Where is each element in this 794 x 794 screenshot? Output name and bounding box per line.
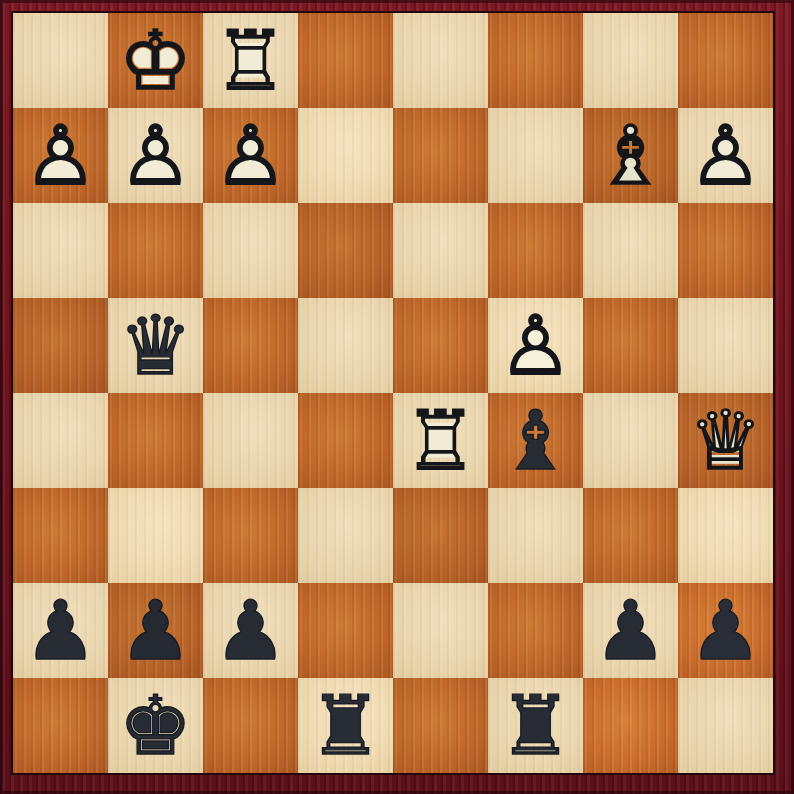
square-b2[interactable]: ♟ [108,583,203,678]
black-pawn-icon: ♟ [13,583,108,678]
square-b1[interactable]: ♚ [108,678,203,773]
piece-white-pawn[interactable]: ♟♙ [13,108,108,203]
black-pawn-icon: ♟ [678,583,773,678]
square-e5[interactable] [393,298,488,393]
square-f1[interactable]: ♜ [488,678,583,773]
piece-white-rook[interactable]: ♜♖ [393,393,488,488]
square-e7[interactable] [393,108,488,203]
square-f6[interactable] [488,203,583,298]
square-h2[interactable]: ♟ [678,583,773,678]
chess-board: ♚♔♜♖♟♙♟♙♟♙♝♗♟♙♛♟♙♜♖♝♛♕♟♟♟♟♟♚♜♜ [11,11,775,775]
piece-black-pawn[interactable]: ♟ [203,583,298,678]
black-rook-icon: ♜ [488,678,583,773]
square-e3[interactable] [393,488,488,583]
square-d8[interactable] [298,13,393,108]
square-a3[interactable] [13,488,108,583]
square-b7[interactable]: ♟♙ [108,108,203,203]
square-d5[interactable] [298,298,393,393]
square-g1[interactable] [583,678,678,773]
square-d7[interactable] [298,108,393,203]
square-f3[interactable] [488,488,583,583]
piece-white-rook[interactable]: ♜♖ [203,13,298,108]
square-e4[interactable]: ♜♖ [393,393,488,488]
piece-white-bishop[interactable]: ♝♗ [583,108,678,203]
piece-white-king[interactable]: ♚♔ [108,13,203,108]
white-bishop-outline-icon: ♗ [583,108,678,203]
piece-black-rook[interactable]: ♜ [488,678,583,773]
square-c3[interactable] [203,488,298,583]
square-d3[interactable] [298,488,393,583]
square-h3[interactable] [678,488,773,583]
square-b5[interactable]: ♛ [108,298,203,393]
black-queen-icon: ♛ [108,298,203,393]
square-g3[interactable] [583,488,678,583]
piece-black-queen[interactable]: ♛ [108,298,203,393]
square-a2[interactable]: ♟ [13,583,108,678]
piece-white-queen[interactable]: ♛♕ [678,393,773,488]
piece-black-pawn[interactable]: ♟ [678,583,773,678]
square-g2[interactable]: ♟ [583,583,678,678]
square-g8[interactable] [583,13,678,108]
square-f8[interactable] [488,13,583,108]
square-g6[interactable] [583,203,678,298]
square-f7[interactable] [488,108,583,203]
square-d6[interactable] [298,203,393,298]
square-h6[interactable] [678,203,773,298]
white-pawn-outline-icon: ♙ [203,108,298,203]
piece-black-pawn[interactable]: ♟ [13,583,108,678]
square-c2[interactable]: ♟ [203,583,298,678]
square-c8[interactable]: ♜♖ [203,13,298,108]
square-f5[interactable]: ♟♙ [488,298,583,393]
black-pawn-icon: ♟ [108,583,203,678]
square-a4[interactable] [13,393,108,488]
square-h8[interactable] [678,13,773,108]
white-queen-outline-icon: ♕ [678,393,773,488]
square-b8[interactable]: ♚♔ [108,13,203,108]
black-bishop-icon: ♝ [488,393,583,488]
square-g7[interactable]: ♝♗ [583,108,678,203]
square-a8[interactable] [13,13,108,108]
white-rook-outline-icon: ♖ [203,13,298,108]
square-g4[interactable] [583,393,678,488]
square-c6[interactable] [203,203,298,298]
square-a6[interactable] [13,203,108,298]
square-e6[interactable] [393,203,488,298]
piece-white-pawn[interactable]: ♟♙ [678,108,773,203]
square-c5[interactable] [203,298,298,393]
square-d4[interactable] [298,393,393,488]
black-pawn-icon: ♟ [203,583,298,678]
square-e2[interactable] [393,583,488,678]
square-h5[interactable] [678,298,773,393]
square-e8[interactable] [393,13,488,108]
square-h1[interactable] [678,678,773,773]
piece-white-pawn[interactable]: ♟♙ [488,298,583,393]
square-b4[interactable] [108,393,203,488]
square-c4[interactable] [203,393,298,488]
black-pawn-icon: ♟ [583,583,678,678]
square-c1[interactable] [203,678,298,773]
piece-black-bishop[interactable]: ♝ [488,393,583,488]
square-g5[interactable] [583,298,678,393]
black-king-icon: ♚ [108,678,203,773]
square-h4[interactable]: ♛♕ [678,393,773,488]
piece-black-king[interactable]: ♚ [108,678,203,773]
square-c7[interactable]: ♟♙ [203,108,298,203]
white-pawn-outline-icon: ♙ [488,298,583,393]
square-h7[interactable]: ♟♙ [678,108,773,203]
white-pawn-outline-icon: ♙ [678,108,773,203]
square-e1[interactable] [393,678,488,773]
square-f4[interactable]: ♝ [488,393,583,488]
square-f2[interactable] [488,583,583,678]
square-b6[interactable] [108,203,203,298]
board-frame: ♚♔♜♖♟♙♟♙♟♙♝♗♟♙♛♟♙♜♖♝♛♕♟♟♟♟♟♚♜♜ [0,0,794,794]
white-king-outline-icon: ♔ [108,13,203,108]
black-rook-icon: ♜ [298,678,393,773]
square-a1[interactable] [13,678,108,773]
piece-black-pawn[interactable]: ♟ [108,583,203,678]
white-rook-outline-icon: ♖ [393,393,488,488]
piece-white-pawn[interactable]: ♟♙ [203,108,298,203]
square-d2[interactable] [298,583,393,678]
square-d1[interactable]: ♜ [298,678,393,773]
square-a7[interactable]: ♟♙ [13,108,108,203]
piece-black-pawn[interactable]: ♟ [583,583,678,678]
white-pawn-outline-icon: ♙ [108,108,203,203]
white-pawn-outline-icon: ♙ [13,108,108,203]
square-a5[interactable] [13,298,108,393]
piece-white-pawn[interactable]: ♟♙ [108,108,203,203]
square-b3[interactable] [108,488,203,583]
piece-black-rook[interactable]: ♜ [298,678,393,773]
